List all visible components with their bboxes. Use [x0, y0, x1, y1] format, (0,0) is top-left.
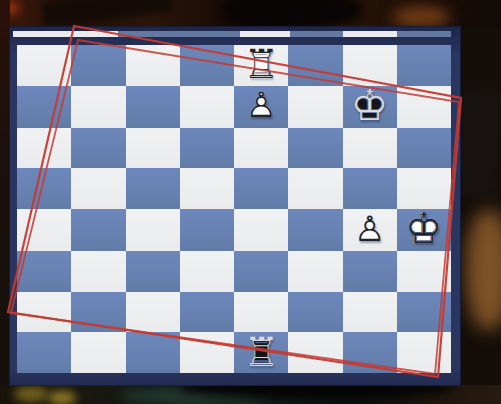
- square-a4[interactable]: [17, 209, 71, 251]
- square-b6[interactable]: [71, 128, 125, 169]
- board-squares: ♜︎♖︎♟︎♙︎♚︎♔︎♟︎♙︎♚︎♔︎♜︎♖︎: [17, 45, 451, 373]
- square-c7[interactable]: [126, 86, 180, 128]
- square-e7[interactable]: ♟︎♙︎: [234, 86, 288, 128]
- border-strip-segment: [397, 31, 451, 37]
- square-b4[interactable]: [71, 209, 125, 251]
- background-dark-object: [456, 87, 501, 199]
- square-c5[interactable]: [126, 168, 180, 209]
- square-f2[interactable]: [288, 292, 342, 333]
- square-c1[interactable]: [126, 332, 180, 373]
- square-b2[interactable]: [71, 292, 125, 333]
- square-d5[interactable]: [180, 168, 234, 209]
- white-rook[interactable]: ♜︎♖︎: [243, 44, 279, 84]
- square-d4[interactable]: [180, 209, 234, 251]
- background-amber-glow: [392, 6, 450, 28]
- square-d8[interactable]: [180, 45, 234, 86]
- square-b8[interactable]: [71, 45, 125, 86]
- background-teal-blob: [118, 387, 268, 404]
- board-border-strip: [13, 31, 451, 37]
- white-pawn[interactable]: ♟︎♙︎: [354, 212, 385, 247]
- square-h2[interactable]: [397, 292, 451, 333]
- square-h7[interactable]: [397, 86, 451, 128]
- square-d7[interactable]: [180, 86, 234, 128]
- square-e2[interactable]: [234, 292, 288, 333]
- square-e5[interactable]: [234, 168, 288, 209]
- square-f8[interactable]: [288, 45, 342, 86]
- square-d1[interactable]: [180, 332, 234, 373]
- black-king[interactable]: ♚︎♔︎: [351, 85, 389, 127]
- square-h4[interactable]: ♚︎♔︎: [397, 209, 451, 251]
- square-e6[interactable]: [234, 128, 288, 169]
- square-e8[interactable]: ♜︎♖︎: [234, 45, 288, 86]
- square-b3[interactable]: [71, 251, 125, 292]
- square-d3[interactable]: [180, 251, 234, 292]
- square-b7[interactable]: [71, 86, 125, 128]
- square-a2[interactable]: [17, 292, 71, 333]
- square-a8[interactable]: [17, 45, 71, 86]
- background-orange-spot: [0, 1, 20, 15]
- background-head-silhouette: [222, 0, 362, 28]
- square-f7[interactable]: [288, 86, 342, 128]
- background-bottom-edge: [0, 385, 501, 404]
- square-b1[interactable]: [71, 332, 125, 373]
- square-c4[interactable]: [126, 209, 180, 251]
- square-a5[interactable]: [17, 168, 71, 209]
- square-g2[interactable]: [343, 292, 397, 333]
- background-glint: [14, 386, 48, 402]
- square-f5[interactable]: [288, 168, 342, 209]
- square-a7[interactable]: [17, 86, 71, 128]
- square-g8[interactable]: [343, 45, 397, 86]
- border-strip-segment: [13, 31, 118, 37]
- border-strip-segment: [343, 31, 397, 37]
- square-e3[interactable]: [234, 251, 288, 292]
- square-f4[interactable]: [288, 209, 342, 251]
- square-c3[interactable]: [126, 251, 180, 292]
- square-h5[interactable]: [397, 168, 451, 209]
- background-top: [0, 0, 501, 27]
- square-d2[interactable]: [180, 292, 234, 333]
- square-c2[interactable]: [126, 292, 180, 333]
- square-g4[interactable]: ♟︎♙︎: [343, 209, 397, 251]
- square-g1[interactable]: [343, 332, 397, 373]
- border-strip-segment: [240, 31, 290, 37]
- background-right-edge: [458, 0, 501, 404]
- square-c6[interactable]: [126, 128, 180, 169]
- white-pawn[interactable]: ♟︎♙︎: [245, 88, 276, 123]
- background-glint: [48, 391, 76, 404]
- square-e1[interactable]: ♜︎♖︎: [234, 332, 288, 373]
- background-hand-highlight: [466, 210, 501, 330]
- square-h3[interactable]: [397, 251, 451, 292]
- square-h1[interactable]: [397, 332, 451, 373]
- square-h8[interactable]: [397, 45, 451, 86]
- square-g3[interactable]: [343, 251, 397, 292]
- border-strip-segment: [118, 31, 240, 37]
- white-king[interactable]: ♚︎♔︎: [405, 208, 443, 250]
- border-strip-segment: [290, 31, 343, 37]
- square-b5[interactable]: [71, 168, 125, 209]
- square-a1[interactable]: [17, 332, 71, 373]
- square-c8[interactable]: [126, 45, 180, 86]
- square-e4[interactable]: [234, 209, 288, 251]
- background-dark-slab: [41, 0, 173, 28]
- square-g6[interactable]: [343, 128, 397, 169]
- video-frame: ♜︎♖︎♟︎♙︎♚︎♔︎♟︎♙︎♚︎♔︎♜︎♖︎: [0, 0, 501, 404]
- square-f1[interactable]: [288, 332, 342, 373]
- square-h6[interactable]: [397, 128, 451, 169]
- square-d6[interactable]: [180, 128, 234, 169]
- square-f3[interactable]: [288, 251, 342, 292]
- chess-board: ♜︎♖︎♟︎♙︎♚︎♔︎♟︎♙︎♚︎♔︎♜︎♖︎: [9, 26, 461, 386]
- black-rook[interactable]: ♜︎♖︎: [243, 332, 279, 372]
- square-f6[interactable]: [288, 128, 342, 169]
- square-g5[interactable]: [343, 168, 397, 209]
- square-a6[interactable]: [17, 128, 71, 169]
- square-g7[interactable]: ♚︎♔︎: [343, 86, 397, 128]
- square-a3[interactable]: [17, 251, 71, 292]
